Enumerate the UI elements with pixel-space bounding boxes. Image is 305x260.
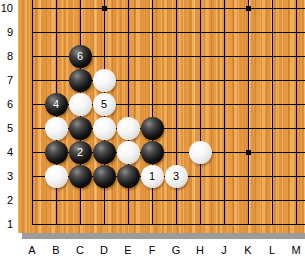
black-stone-F4 xyxy=(141,141,164,164)
black-stone-C8: 6 xyxy=(69,45,92,68)
intersection-J1[interactable] xyxy=(212,212,236,233)
intersection-J4[interactable] xyxy=(212,140,236,164)
intersection-M4[interactable] xyxy=(284,140,305,164)
intersection-C3[interactable] xyxy=(68,164,92,188)
intersection-B10[interactable] xyxy=(44,0,68,20)
row-label-6: 6 xyxy=(0,98,13,110)
intersection-G3[interactable]: 3 xyxy=(164,164,188,188)
intersection-M8[interactable] xyxy=(284,44,305,68)
white-stone-H4 xyxy=(189,141,212,164)
move-number-1: 1 xyxy=(149,171,155,182)
intersection-F1[interactable] xyxy=(140,212,164,233)
black-stone-F5 xyxy=(141,117,164,140)
black-stone-C3 xyxy=(69,165,92,188)
black-stone-E3 xyxy=(117,165,140,188)
intersection-L5[interactable] xyxy=(260,116,284,140)
intersection-J9[interactable] xyxy=(212,20,236,44)
intersection-B2[interactable] xyxy=(44,188,68,212)
intersection-C2[interactable] xyxy=(68,188,92,212)
column-label-L: L xyxy=(260,244,284,256)
intersection-L10[interactable] xyxy=(260,0,284,20)
intersection-D9[interactable] xyxy=(92,20,116,44)
go-board: 645213 xyxy=(18,0,305,233)
intersection-H6[interactable] xyxy=(188,92,212,116)
intersection-K2[interactable] xyxy=(236,188,260,212)
row-label-7: 7 xyxy=(0,74,13,86)
intersection-J2[interactable] xyxy=(212,188,236,212)
intersection-M10[interactable] xyxy=(284,0,305,20)
intersection-D8[interactable] xyxy=(92,44,116,68)
white-stone-D6: 5 xyxy=(93,93,116,116)
intersection-L8[interactable] xyxy=(260,44,284,68)
intersection-E4[interactable] xyxy=(116,140,140,164)
intersection-K5[interactable] xyxy=(236,116,260,140)
intersection-A4[interactable] xyxy=(20,140,44,164)
black-stone-D4 xyxy=(93,141,116,164)
intersection-M1[interactable] xyxy=(284,212,305,233)
intersection-F3[interactable]: 1 xyxy=(140,164,164,188)
board-grid: 645213 xyxy=(20,0,305,233)
column-label-A: A xyxy=(20,244,44,256)
intersection-K9[interactable] xyxy=(236,20,260,44)
intersection-C4[interactable]: 2 xyxy=(68,140,92,164)
column-label-B: B xyxy=(44,244,68,256)
intersection-K8[interactable] xyxy=(236,44,260,68)
intersection-F8[interactable] xyxy=(140,44,164,68)
star-point-K10 xyxy=(246,6,251,11)
intersection-B9[interactable] xyxy=(44,20,68,44)
intersection-G6[interactable] xyxy=(164,92,188,116)
intersection-H2[interactable] xyxy=(188,188,212,212)
row-label-1: 1 xyxy=(0,218,13,230)
intersection-J5[interactable] xyxy=(212,116,236,140)
intersection-G5[interactable] xyxy=(164,116,188,140)
white-stone-E5 xyxy=(117,117,140,140)
intersection-E1[interactable] xyxy=(116,212,140,233)
intersection-E8[interactable] xyxy=(116,44,140,68)
intersection-G4[interactable] xyxy=(164,140,188,164)
column-label-D: D xyxy=(92,244,116,256)
intersection-C10[interactable] xyxy=(68,0,92,20)
intersection-A8[interactable] xyxy=(20,44,44,68)
white-stone-C6 xyxy=(69,93,92,116)
row-label-3: 3 xyxy=(0,170,13,182)
intersection-D4[interactable] xyxy=(92,140,116,164)
move-number-6: 6 xyxy=(77,51,83,62)
intersection-K10[interactable] xyxy=(236,0,260,20)
intersection-F5[interactable] xyxy=(140,116,164,140)
white-stone-D5 xyxy=(93,117,116,140)
intersection-F4[interactable] xyxy=(140,140,164,164)
white-stone-B3 xyxy=(45,165,68,188)
intersection-C1[interactable] xyxy=(68,212,92,233)
black-stone-B6: 4 xyxy=(45,93,68,116)
intersection-J6[interactable] xyxy=(212,92,236,116)
intersection-F7[interactable] xyxy=(140,68,164,92)
intersection-H4[interactable] xyxy=(188,140,212,164)
intersection-A5[interactable] xyxy=(20,116,44,140)
intersection-A9[interactable] xyxy=(20,20,44,44)
intersection-M3[interactable] xyxy=(284,164,305,188)
intersection-E7[interactable] xyxy=(116,68,140,92)
row-label-2: 2 xyxy=(0,194,13,206)
intersection-E3[interactable] xyxy=(116,164,140,188)
intersection-K3[interactable] xyxy=(236,164,260,188)
intersection-M7[interactable] xyxy=(284,68,305,92)
row-label-5: 5 xyxy=(0,122,13,134)
intersection-A1[interactable] xyxy=(20,212,44,233)
intersection-B4[interactable] xyxy=(44,140,68,164)
intersection-F9[interactable] xyxy=(140,20,164,44)
intersection-A10[interactable] xyxy=(20,0,44,20)
column-label-M: M xyxy=(284,244,305,256)
intersection-H3[interactable] xyxy=(188,164,212,188)
intersection-C6[interactable] xyxy=(68,92,92,116)
intersection-G1[interactable] xyxy=(164,212,188,233)
intersection-H5[interactable] xyxy=(188,116,212,140)
row-label-8: 8 xyxy=(0,50,13,62)
intersection-E6[interactable] xyxy=(116,92,140,116)
intersection-M5[interactable] xyxy=(284,116,305,140)
intersection-L1[interactable] xyxy=(260,212,284,233)
intersection-L4[interactable] xyxy=(260,140,284,164)
move-number-5: 5 xyxy=(101,99,107,110)
intersection-L2[interactable] xyxy=(260,188,284,212)
intersection-K6[interactable] xyxy=(236,92,260,116)
black-stone-C4: 2 xyxy=(69,141,92,164)
move-number-4: 4 xyxy=(53,99,59,110)
intersection-E9[interactable] xyxy=(116,20,140,44)
column-label-J: J xyxy=(212,244,236,256)
board-shadow xyxy=(22,233,305,239)
row-label-4: 4 xyxy=(0,146,13,158)
move-number-3: 3 xyxy=(173,171,179,182)
column-label-H: H xyxy=(188,244,212,256)
intersection-M2[interactable] xyxy=(284,188,305,212)
intersection-E2[interactable] xyxy=(116,188,140,212)
black-stone-D3 xyxy=(93,165,116,188)
intersection-M9[interactable] xyxy=(284,20,305,44)
intersection-B8[interactable] xyxy=(44,44,68,68)
intersection-H7[interactable] xyxy=(188,68,212,92)
star-point-D10 xyxy=(102,6,107,11)
black-stone-B4 xyxy=(45,141,68,164)
intersection-F2[interactable] xyxy=(140,188,164,212)
go-diagram-screen: 10987654321 645213 ABCDEFGHJKLM xyxy=(0,0,305,260)
intersection-A3[interactable] xyxy=(20,164,44,188)
intersection-C5[interactable] xyxy=(68,116,92,140)
intersection-G9[interactable] xyxy=(164,20,188,44)
intersection-D6[interactable]: 5 xyxy=(92,92,116,116)
black-stone-C5 xyxy=(69,117,92,140)
intersection-A2[interactable] xyxy=(20,188,44,212)
intersection-G2[interactable] xyxy=(164,188,188,212)
intersection-E10[interactable] xyxy=(116,0,140,20)
column-label-F: F xyxy=(140,244,164,256)
intersection-H10[interactable] xyxy=(188,0,212,20)
move-number-2: 2 xyxy=(77,147,83,158)
intersection-J10[interactable] xyxy=(212,0,236,20)
intersection-F10[interactable] xyxy=(140,0,164,20)
intersection-D1[interactable] xyxy=(92,212,116,233)
intersection-L9[interactable] xyxy=(260,20,284,44)
white-stone-G3: 3 xyxy=(165,165,188,188)
intersection-B6[interactable]: 4 xyxy=(44,92,68,116)
intersection-K1[interactable] xyxy=(236,212,260,233)
intersection-M6[interactable] xyxy=(284,92,305,116)
row-label-10: 10 xyxy=(0,2,13,14)
column-label-K: K xyxy=(236,244,260,256)
white-stone-B5 xyxy=(45,117,68,140)
intersection-B7[interactable] xyxy=(44,68,68,92)
intersection-D10[interactable] xyxy=(92,0,116,20)
intersection-G10[interactable] xyxy=(164,0,188,20)
intersection-G7[interactable] xyxy=(164,68,188,92)
intersection-B5[interactable] xyxy=(44,116,68,140)
intersection-B1[interactable] xyxy=(44,212,68,233)
white-stone-E4 xyxy=(117,141,140,164)
intersection-F6[interactable] xyxy=(140,92,164,116)
intersection-C8[interactable]: 6 xyxy=(68,44,92,68)
intersection-H8[interactable] xyxy=(188,44,212,68)
white-stone-D7 xyxy=(93,69,116,92)
intersection-D7[interactable] xyxy=(92,68,116,92)
intersection-B3[interactable] xyxy=(44,164,68,188)
intersection-D2[interactable] xyxy=(92,188,116,212)
column-label-C: C xyxy=(68,244,92,256)
intersection-G8[interactable] xyxy=(164,44,188,68)
intersection-A6[interactable] xyxy=(20,92,44,116)
intersection-D3[interactable] xyxy=(92,164,116,188)
intersection-K7[interactable] xyxy=(236,68,260,92)
intersection-J7[interactable] xyxy=(212,68,236,92)
white-stone-F3: 1 xyxy=(141,165,164,188)
intersection-H9[interactable] xyxy=(188,20,212,44)
black-stone-C7 xyxy=(69,69,92,92)
intersection-J8[interactable] xyxy=(212,44,236,68)
intersection-L3[interactable] xyxy=(260,164,284,188)
intersection-C7[interactable] xyxy=(68,68,92,92)
intersection-J3[interactable] xyxy=(212,164,236,188)
intersection-H1[interactable] xyxy=(188,212,212,233)
intersection-C9[interactable] xyxy=(68,20,92,44)
intersection-E5[interactable] xyxy=(116,116,140,140)
intersection-K4[interactable] xyxy=(236,140,260,164)
intersection-L7[interactable] xyxy=(260,68,284,92)
row-label-9: 9 xyxy=(0,26,13,38)
intersection-L6[interactable] xyxy=(260,92,284,116)
column-label-G: G xyxy=(164,244,188,256)
intersection-D5[interactable] xyxy=(92,116,116,140)
intersection-A7[interactable] xyxy=(20,68,44,92)
column-label-E: E xyxy=(116,244,140,256)
star-point-K4 xyxy=(246,150,251,155)
